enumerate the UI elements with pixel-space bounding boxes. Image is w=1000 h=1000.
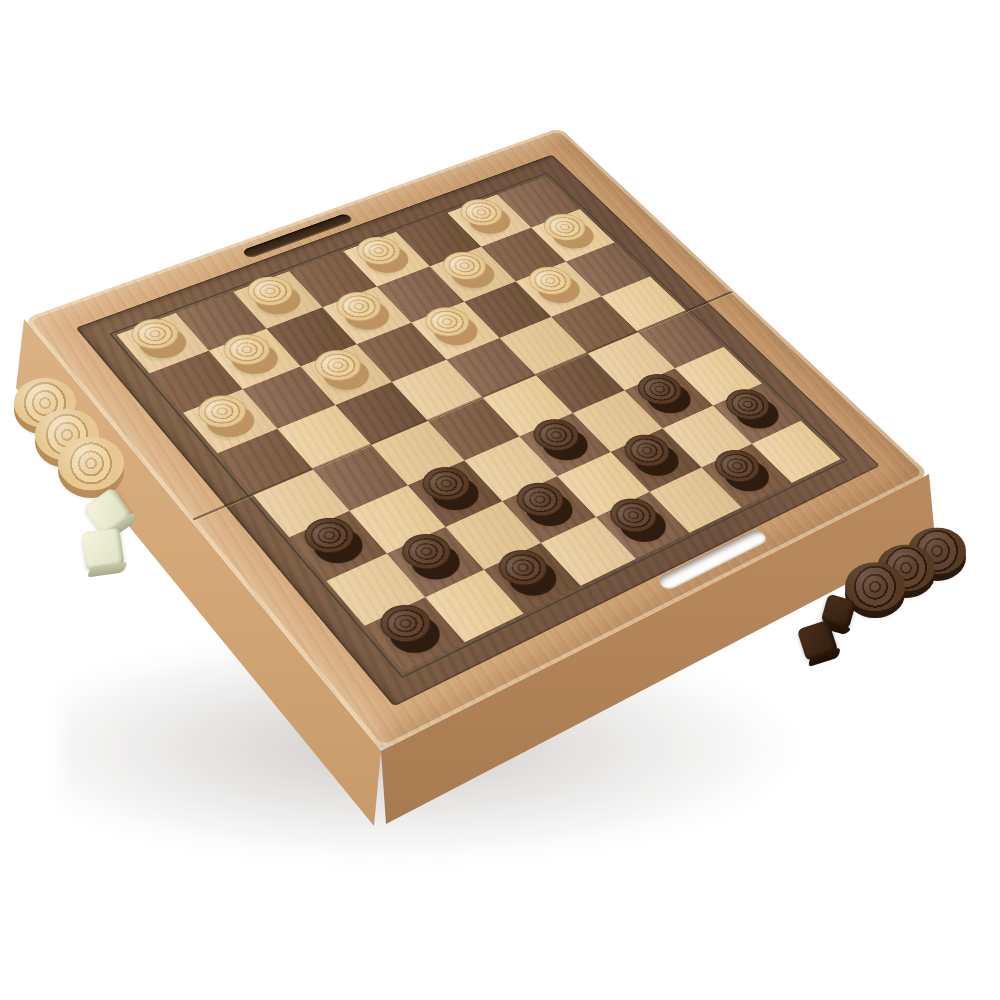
checker-light[interactable] xyxy=(131,322,195,364)
checker-dark[interactable] xyxy=(304,521,372,570)
checker-light[interactable] xyxy=(336,295,398,335)
checker-light[interactable] xyxy=(223,338,287,380)
checker-light[interactable] xyxy=(314,353,377,395)
checker-dark[interactable] xyxy=(533,422,596,466)
cream-die-2[interactable] xyxy=(82,528,125,571)
checker-light[interactable] xyxy=(357,240,417,278)
checker-dark[interactable] xyxy=(422,470,488,516)
checker-light[interactable] xyxy=(544,217,602,253)
checker-light[interactable] xyxy=(460,202,518,238)
checker-light[interactable] xyxy=(197,399,262,443)
checker-dark[interactable] xyxy=(402,537,469,586)
spare-checker-dark-3[interactable] xyxy=(845,569,905,618)
checker-dark[interactable] xyxy=(517,486,582,532)
product-photo-stage xyxy=(0,0,1000,1000)
checker-dark[interactable] xyxy=(726,392,787,434)
checker-light[interactable] xyxy=(443,255,503,293)
checker-dark[interactable] xyxy=(380,608,450,660)
checker-light[interactable] xyxy=(529,270,588,308)
checker-dark[interactable] xyxy=(499,553,566,602)
checker-light[interactable] xyxy=(425,310,486,350)
checker-dark[interactable] xyxy=(638,377,699,419)
checker-dark[interactable] xyxy=(610,502,675,549)
checker-light[interactable] xyxy=(247,280,309,320)
checker-dark[interactable] xyxy=(625,438,688,482)
checker-dark[interactable] xyxy=(715,453,778,497)
